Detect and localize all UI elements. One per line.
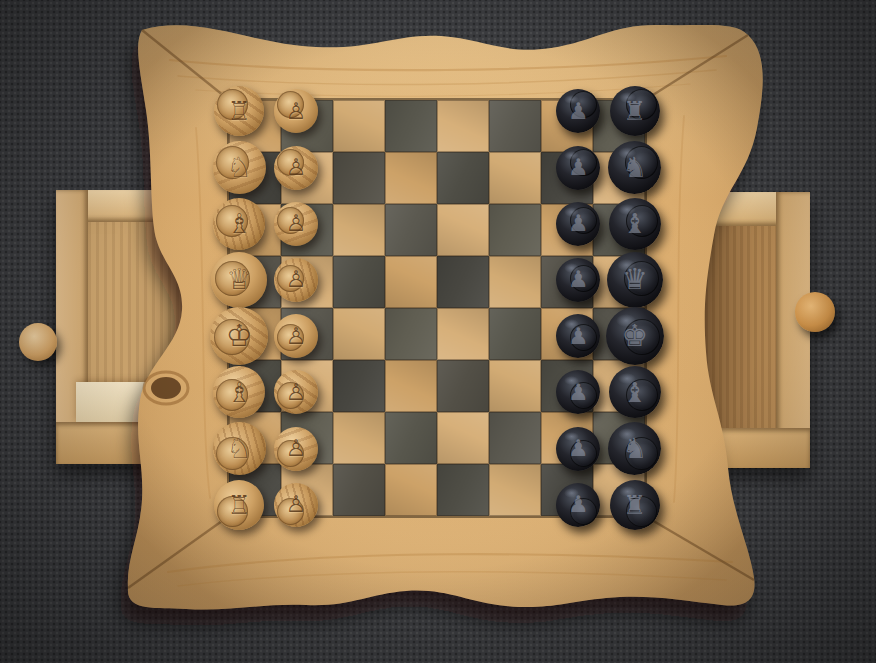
piece-crown — [626, 89, 657, 120]
piece-wB-r3-c1[interactable]: ♗ — [213, 198, 265, 250]
piece-crown — [626, 205, 658, 237]
piece-crown — [277, 498, 304, 525]
piece-wP-r4-c2[interactable]: ♙ — [274, 258, 318, 302]
piece-bP-r5-c7[interactable]: ♟ — [556, 314, 600, 358]
piece-crown — [216, 146, 249, 179]
piece-bB-r3-c8[interactable]: ♝ — [609, 198, 661, 250]
piece-bN-r7-c8[interactable]: ♞ — [608, 422, 661, 475]
piece-crown — [570, 91, 597, 118]
piece-crown — [217, 496, 248, 527]
piece-crown — [277, 382, 304, 409]
piece-crown — [624, 261, 659, 296]
piece-crown — [625, 146, 658, 179]
piece-wK-r5-c1[interactable]: ♔ — [210, 307, 268, 365]
piece-bP-r7-c7[interactable]: ♟ — [556, 427, 600, 471]
piece-crown — [570, 149, 597, 176]
piece-bP-r6-c7[interactable]: ♟ — [556, 370, 600, 414]
pieces-layer: ♖♙♟♜♘♙♟♞♗♙♟♝♕♙♟♛♔♙♟♚♗♙♟♝♘♙♟♞♖♙♟♜ — [0, 0, 876, 663]
piece-wP-r2-c2[interactable]: ♙ — [274, 146, 318, 190]
piece-wR-r1-c1[interactable]: ♖ — [214, 86, 264, 136]
piece-crown — [570, 498, 597, 525]
piece-crown — [215, 261, 250, 296]
piece-crown — [570, 265, 597, 292]
piece-wQ-r4-c1[interactable]: ♕ — [211, 252, 267, 308]
piece-wP-r1-c2[interactable]: ♙ — [274, 89, 318, 133]
piece-crown — [216, 437, 249, 470]
piece-bP-r8-c7[interactable]: ♟ — [556, 483, 600, 527]
piece-crown — [277, 207, 304, 234]
piece-crown — [570, 440, 597, 467]
piece-wP-r6-c2[interactable]: ♙ — [274, 370, 318, 414]
piece-wB-r6-c1[interactable]: ♗ — [213, 366, 265, 418]
piece-crown — [217, 89, 248, 120]
piece-crown — [216, 379, 248, 411]
piece-bQ-r4-c8[interactable]: ♛ — [607, 252, 663, 308]
piece-crown — [626, 496, 657, 527]
piece-bR-r1-c8[interactable]: ♜ — [610, 86, 660, 136]
piece-crown — [214, 319, 250, 355]
piece-crown — [216, 205, 248, 237]
piece-wN-r7-c1[interactable]: ♘ — [213, 422, 266, 475]
piece-wP-r3-c2[interactable]: ♙ — [274, 202, 318, 246]
piece-bP-r2-c7[interactable]: ♟ — [556, 146, 600, 190]
piece-bK-r5-c8[interactable]: ♚ — [606, 307, 664, 365]
piece-crown — [570, 207, 597, 234]
scene: ♖♙♟♜♘♙♟♞♗♙♟♝♕♙♟♛♔♙♟♚♗♙♟♝♘♙♟♞♖♙♟♜ — [0, 0, 876, 663]
piece-wP-r7-c2[interactable]: ♙ — [274, 427, 318, 471]
piece-wP-r5-c2[interactable]: ♙ — [274, 314, 318, 358]
piece-bP-r1-c7[interactable]: ♟ — [556, 89, 600, 133]
piece-crown — [625, 437, 658, 470]
piece-wR-r8-c1[interactable]: ♖ — [214, 480, 264, 530]
piece-crown — [277, 324, 304, 351]
piece-crown — [570, 382, 597, 409]
piece-bB-r6-c8[interactable]: ♝ — [609, 366, 661, 418]
piece-bP-r4-c7[interactable]: ♟ — [556, 258, 600, 302]
piece-crown — [277, 91, 304, 118]
piece-bN-r2-c8[interactable]: ♞ — [608, 141, 661, 194]
piece-crown — [277, 265, 304, 292]
piece-crown — [277, 440, 304, 467]
piece-bP-r3-c7[interactable]: ♟ — [556, 202, 600, 246]
piece-bR-r8-c8[interactable]: ♜ — [610, 480, 660, 530]
piece-crown — [624, 319, 660, 355]
piece-crown — [277, 149, 304, 176]
piece-crown — [626, 379, 658, 411]
piece-wP-r8-c2[interactable]: ♙ — [274, 483, 318, 527]
piece-wN-r2-c1[interactable]: ♘ — [213, 141, 266, 194]
piece-crown — [570, 324, 597, 351]
